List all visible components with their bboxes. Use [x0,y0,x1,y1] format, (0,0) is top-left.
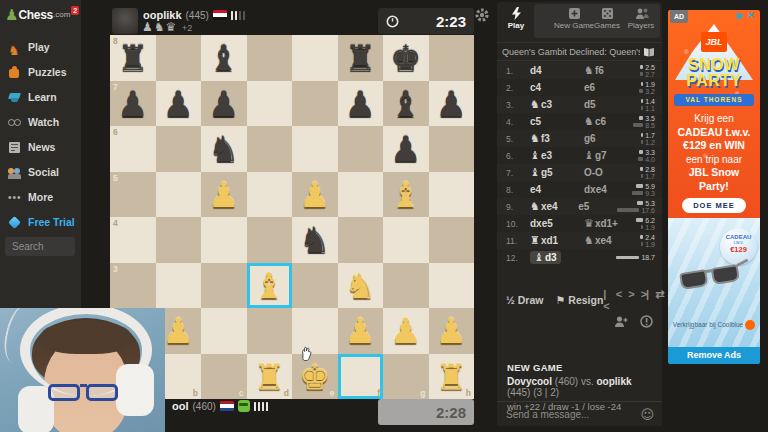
square-f1[interactable]: f [338,354,384,400]
move-row: 7.♝g5O-O2.81.7 [497,164,662,181]
move-white[interactable]: ♞c3 [530,98,584,111]
move-time: 3.3 [639,150,655,155]
piece-black-pawn[interactable]: ♟ [338,81,384,127]
emoji-icon[interactable]: ☺ [640,407,662,422]
piece-white-bishop[interactable]: ♝ [383,172,429,218]
square-e6[interactable] [292,126,338,172]
go-back-button[interactable]: < [616,288,621,312]
go-forward-button[interactable]: > [628,288,633,312]
move-time: 18.7 [616,255,655,260]
rank-label: 5 [113,173,118,183]
square-c6[interactable]: ♞ [201,126,247,172]
move-row: 1.d4♞f62.52.7 [497,62,662,79]
square-e4[interactable]: ♞ [292,217,338,263]
move-white[interactable]: ♝e3 [530,149,584,162]
adchoices-icon[interactable] [737,12,744,20]
square-c5[interactable]: ♟ [201,172,247,218]
move-time: 17.6 [617,208,655,213]
figurine-q-icon: ♛ [584,217,594,230]
piece-black-knight[interactable]: ♞ [292,217,338,263]
move-number: 12. [497,253,530,263]
opening-name: Queen's Gambit Declined: Queen's Knigh..… [497,47,640,57]
move-white[interactable]: ♞f3 [530,132,584,145]
jbl-logo: JBL [701,32,727,52]
piece-black-pawn[interactable]: ♟ [156,81,202,127]
square-c7[interactable]: ♟ [201,81,247,127]
move-time: 1.1 [641,106,655,111]
move-black[interactable]: ♞f6 [584,64,628,77]
move-row: 4.c5♞c63.58.5 [497,113,662,130]
figurine-n-icon: ♞ [530,200,540,213]
play-icon: ♞ [8,41,21,54]
move-black[interactable]: ♞xe4 [584,234,628,247]
figurine-n-icon: ♞ [584,64,594,77]
move-time: 1.4 [641,99,655,104]
move-time: 2.4 [640,235,655,240]
settings-gear-icon[interactable] [474,7,490,23]
move-time: 1.7 [641,133,655,138]
opponent-rating: (445) [186,10,209,21]
move-black[interactable]: e6 [584,82,628,93]
square-g2[interactable]: ♟ [383,308,429,354]
square-h1[interactable]: h♜ [429,354,475,400]
rank-label: 4 [113,218,118,228]
new-game-header: NEW GAME [507,362,657,373]
square-b6[interactable] [156,126,202,172]
move-row: 6.♝e3♝g73.34.0 [497,147,662,164]
glasses-lens-right [86,384,118,401]
ad-bottom-section: CADEAU t.w.v. €129 Verkrijgbaar bij Cool… [668,218,760,347]
move-number: 1. [497,66,530,76]
move-number: 2. [497,83,530,93]
game-panel: PlayNew GameGamesPlayers Queen's Gambit … [497,2,662,426]
square-g7[interactable]: ♝ [383,81,429,127]
sidebar-item-watch[interactable]: Watch [0,111,81,133]
move-time: 5.3 [637,201,655,206]
sidebar-item-play[interactable]: ♞Play [0,36,81,58]
move-time: 1.9 [641,225,655,230]
chesscom-app: ♟ Chess .com 2 ♞PlayPuzzlesLearnWatchNew… [0,0,768,432]
sidebar-item-label: Puzzles [28,66,67,78]
square-f6[interactable] [338,126,384,172]
chat-bar[interactable]: Send a message... ☺ [497,401,662,426]
move-black[interactable]: ♛xd1+ [584,217,628,230]
square-a5[interactable]: 5 [110,172,156,218]
move-black[interactable]: O-O [584,167,628,178]
move-white[interactable]: ♜xd1 [530,234,584,247]
news-icon [8,141,21,154]
move-row: 12.♝d318.7 [497,249,662,266]
move-time: 1.2 [641,140,655,145]
file-label: d [284,388,289,398]
square-h3[interactable] [429,263,475,309]
square-a4[interactable]: 4 [110,217,156,263]
square-c8[interactable]: ♝ [201,35,247,81]
square-f4[interactable] [338,217,384,263]
logo-text: Chess [18,6,53,24]
coolblue-logo-icon [745,320,755,330]
move-black[interactable]: dxe4 [584,184,628,195]
rank-label: 3 [113,264,118,274]
square-b3[interactable] [156,263,202,309]
move-time: 4.0 [638,157,655,162]
opening-row[interactable]: Queen's Gambit Declined: Queen's Knigh..… [497,42,662,61]
glasses-bridge [80,384,87,387]
resign-button[interactable]: ⚑Resign [555,294,603,307]
move-time: 5.9 [636,184,655,189]
ad-title-party: PARTY [668,72,760,90]
games-grid-icon [601,6,614,19]
sidebar-item-label: Learn [28,91,57,103]
sidebar-item-label: Social [28,166,59,178]
ad-top-section: JBL SNOW PARTY VAL THORENS Krijg eenCADE… [668,10,760,218]
netherlands-flag-icon [220,401,234,411]
square-e5[interactable]: ♟ [292,172,338,218]
search-input[interactable]: Search [5,237,75,256]
player-rating: (460) [193,401,216,412]
square-d7[interactable] [247,81,293,127]
material-score: +2 [182,23,192,33]
square-d5[interactable] [247,172,293,218]
move-white[interactable]: ♝g5 [530,166,584,179]
piece-white-bishop[interactable]: ♝ [247,263,293,309]
square-h2[interactable]: ♟ [429,308,475,354]
figurine-n-icon: ♞ [584,115,594,128]
move-white[interactable]: c5 [530,116,584,127]
square-c2[interactable] [201,308,247,354]
piece-white-pawn[interactable]: ♟ [429,308,475,354]
square-b8[interactable] [156,35,202,81]
connection-bars-icon [231,11,246,20]
diamond-icon [8,216,21,229]
move-number: 7. [497,168,530,178]
move-white[interactable]: d4 [530,65,584,76]
learn-icon [8,91,21,104]
adchoices-controls[interactable]: ✕ [737,11,755,20]
chesscom-logo[interactable]: ♟ Chess .com 2 [5,6,79,24]
move-row: 2.c4e61.93.2 [497,79,662,96]
figurine-b-icon: ♝ [530,166,540,179]
square-g5[interactable]: ♝ [383,172,429,218]
square-d6[interactable] [247,126,293,172]
square-a7[interactable]: 7♟ [110,81,156,127]
move-number: 9. [497,202,530,212]
square-a6[interactable]: 6 [110,126,156,172]
square-d1[interactable]: d♜ [247,354,293,400]
square-e8[interactable] [292,35,338,81]
draw-button[interactable]: ½Draw [506,294,543,306]
move-row: 5.♞f3g61.71.2 [497,130,662,147]
piece-black-king[interactable]: ♚ [383,35,429,81]
sidebar-item-learn[interactable]: Learn [0,86,81,108]
move-number: 4. [497,117,530,127]
figurine-n-icon: ♞ [584,234,594,247]
piece-white-pawn[interactable]: ♟ [338,308,384,354]
ad-ribbon: VAL THORENS [674,94,754,106]
puzzles-icon [8,66,21,79]
watch-icon [8,116,21,129]
square-d8[interactable] [247,35,293,81]
resign-flag-icon: ⚑ [555,294,565,307]
move-time: 2.7 [640,72,655,77]
cool-emoji-flair-icon [238,400,250,412]
remove-ads-button[interactable]: Remove Ads [668,347,760,364]
rank-label: 8 [113,36,118,46]
opponent-time: 2:23 [436,13,466,30]
square-b4[interactable] [156,217,202,263]
clock-icon [386,15,399,28]
move-time: 3.2 [639,89,655,94]
connection-bars-icon [254,402,269,411]
move-time: 8.5 [633,123,655,128]
notification-badge: 2 [71,6,79,15]
figurine-n-icon: ♞ [530,98,540,111]
move-time: 2.5 [640,65,655,70]
new-game-matchup: Dovycool (460) vs. ooplikk (445) (3 | 2) [507,376,657,398]
square-g4[interactable] [383,217,429,263]
move-number: 5. [497,134,530,144]
pawn-icon: ♟ [5,6,18,24]
sidebar-item-label: More [28,191,53,203]
figurine-b-icon: ♝ [534,251,544,264]
iraq-flag-icon [213,10,227,20]
tab-games[interactable]: Games [589,6,625,38]
square-a3[interactable]: 3 [110,263,156,309]
move-time: 3.5 [639,116,655,121]
move-number: 8. [497,185,530,195]
player-clock: 2:28 [378,399,474,425]
move-number: 11. [497,236,530,246]
sidebar-item-puzzles[interactable]: Puzzles [0,61,81,83]
piece-black-bishop[interactable]: ♝ [383,81,429,127]
move-white[interactable]: c4 [530,82,584,93]
tab-play[interactable]: Play [498,6,534,38]
move-time: 1.7 [641,174,655,179]
rank-label: 6 [113,127,118,137]
file-label: c [239,388,244,398]
move-row: 9.♞xe4e55.317.6 [497,198,662,215]
move-time: 1.9 [641,82,655,87]
move-row: 8.e4dxe45.99.3 [497,181,662,198]
move-row: 10.dxe5♛xd1+6.21.9 [497,215,662,232]
piece-black-pawn[interactable]: ♟ [429,81,475,127]
square-g8[interactable]: ♚ [383,35,429,81]
square-g6[interactable]: ♟ [383,126,429,172]
sunglasses-image [676,257,750,296]
move-black[interactable]: ♞c6 [584,115,628,128]
figurine-n-icon: ♞ [530,132,540,145]
move-number: 3. [497,100,530,110]
square-f5[interactable] [338,172,384,218]
ad-close-icon[interactable]: ✕ [747,11,755,20]
sidebar-item-social[interactable]: Social [0,161,81,183]
move-white[interactable]: dxe5 [530,218,584,229]
move-white[interactable]: ♞xe4 [530,200,578,213]
more-icon: ••• [8,191,21,204]
opponent-avatar[interactable] [112,8,138,34]
sidebar-item-label: Free Trial [28,216,75,228]
square-f3[interactable]: ♞ [338,263,384,309]
move-time: 9.3 [632,191,655,196]
square-d4[interactable] [247,217,293,263]
piece-white-pawn[interactable]: ♟ [383,308,429,354]
opponent-clock: 2:23 [378,8,474,34]
move-number: 10. [497,219,530,229]
move-row: 3.♞c3d51.41.1 [497,96,662,113]
piece-white-pawn[interactable]: ♟ [201,172,247,218]
file-label: g [420,388,425,398]
square-g3[interactable] [383,263,429,309]
ad-banner[interactable]: JBL SNOW PARTY VAL THORENS Krijg eenCADE… [668,10,760,364]
ad-cta-button[interactable]: DOE MEE [682,198,746,213]
square-f8[interactable]: ♜ [338,35,384,81]
player-name[interactable]: ool [172,400,189,412]
file-label: h [466,388,471,398]
players-icon [635,6,648,19]
piece-black-pawn[interactable]: ♟ [201,81,247,127]
piece-black-knight[interactable]: ♞ [201,126,247,172]
square-a8[interactable]: 8♜ [110,35,156,81]
figurine-r-icon: ♜ [530,234,540,247]
move-white[interactable]: e4 [530,184,584,195]
square-h8[interactable] [429,35,475,81]
figurine-b-icon: ♝ [584,149,594,162]
square-d2[interactable] [247,308,293,354]
glasses-lens-left [48,384,80,401]
logo-suffix: .com [53,6,70,24]
move-white[interactable]: ♝d3 [530,251,577,264]
tab-label: Play [508,21,524,30]
chat-input[interactable]: Send a message... [497,409,589,420]
figurine-b-icon: ♝ [530,149,540,162]
file-label: b [193,388,198,398]
ad-retail-text: Verkrijgbaar bij Coolblue [668,320,760,330]
social-icon [8,166,21,179]
square-h5[interactable] [429,172,475,218]
square-b7[interactable]: ♟ [156,81,202,127]
tab-players[interactable]: Players [623,6,659,38]
move-number: 6. [497,151,530,161]
ad-body-text: Krijg eenCADEAU t.w.v.€129 en WINeen tri… [668,112,760,193]
move-time: 2.8 [640,167,655,172]
go-last-button[interactable]: >| [641,288,649,312]
square-f2[interactable]: ♟ [338,308,384,354]
square-e3[interactable] [292,263,338,309]
game-controls: ½Draw ⚑Resign |<<>>|⇄ [497,290,662,310]
file-label: e [330,388,335,398]
rank-label: 7 [113,82,118,92]
square-g1[interactable]: g [383,354,429,400]
move-black[interactable]: e5 [578,201,617,212]
square-e7[interactable] [292,81,338,127]
player-time: 2:28 [436,404,466,421]
go-first-button[interactable]: |< [603,288,608,312]
square-c1[interactable]: c [201,354,247,400]
sidebar-item-more[interactable]: •••More [0,186,81,208]
move-list: 1.d4♞f62.52.72.c4e61.93.23.♞c3d51.41.14.… [497,62,662,266]
tab-label: New Game [554,21,594,30]
square-c3[interactable] [201,263,247,309]
move-row: 11.♜xd1♞xe42.41.9 [497,232,662,249]
webcam-video [0,308,165,432]
piece-black-bishop[interactable]: ♝ [201,35,247,81]
captured-pieces-top: ♟♞♛ +2 [142,20,192,34]
square-h6[interactable] [429,126,475,172]
tab-label: Players [628,21,655,30]
cycle-games-button[interactable]: ⇄ [655,288,663,312]
player-info[interactable]: ool (460) [172,400,268,412]
hand-cursor-icon [299,346,314,363]
move-black[interactable]: d5 [584,99,628,110]
move-time: 1.9 [641,242,655,247]
square-h7[interactable]: ♟ [429,81,475,127]
piece-black-rook[interactable]: ♜ [338,35,384,81]
move-time: 6.2 [636,218,655,223]
file-label: f [377,388,380,398]
headphones-earcup-right [116,364,154,416]
lightning-icon [510,6,523,19]
sidebar-item-free-trial[interactable]: Free Trial [0,211,81,233]
opening-book-icon[interactable] [643,46,655,58]
sidebar-item-label: Play [28,41,50,53]
tab-label: Games [594,21,620,30]
new-game-icon [568,6,581,19]
piece-white-knight[interactable]: ♞ [338,263,384,309]
square-h4[interactable] [429,217,475,263]
square-b5[interactable] [156,172,202,218]
piece-white-pawn[interactable]: ♟ [292,172,338,218]
square-f7[interactable]: ♟ [338,81,384,127]
report-icon[interactable] [640,315,653,328]
add-friend-icon[interactable] [614,315,628,328]
sidebar-item-label: Watch [28,116,59,128]
move-black[interactable]: ♝g7 [584,149,628,162]
sidebar-item-news[interactable]: News [0,136,81,158]
piece-black-pawn[interactable]: ♟ [383,126,429,172]
square-d3[interactable]: ♝ [247,263,293,309]
square-c4[interactable] [201,217,247,263]
ad-badge: AD [670,10,688,23]
sidebar-item-label: News [28,141,55,153]
move-black[interactable]: g6 [584,133,628,144]
